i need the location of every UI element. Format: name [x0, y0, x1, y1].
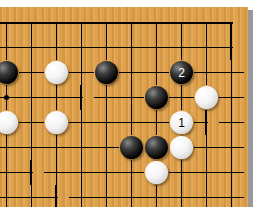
board-intersection[interactable]: [69, 135, 94, 160]
move-number-label: 1: [178, 117, 185, 129]
board-intersection[interactable]: [194, 110, 219, 135]
board-intersection[interactable]: [0, 185, 19, 207]
board-intersection[interactable]: [44, 160, 69, 185]
board-intersection[interactable]: [69, 185, 94, 207]
board-intersection[interactable]: [119, 185, 144, 207]
stone-R17-black[interactable]: 2: [170, 61, 193, 84]
stone-K15-white[interactable]: [0, 111, 18, 134]
board-intersection[interactable]: [119, 160, 144, 185]
go-diagram: 21: [0, 0, 260, 207]
board-intersection[interactable]: [169, 35, 194, 60]
board-intersection[interactable]: [194, 160, 219, 185]
stone-Q16-black[interactable]: [145, 86, 168, 109]
stone-R15-white[interactable]: 1: [170, 111, 193, 134]
board-intersection[interactable]: [69, 60, 94, 85]
board-intersection[interactable]: [69, 110, 94, 135]
board-intersection[interactable]: [219, 185, 244, 207]
board-intersection[interactable]: [44, 135, 69, 160]
board-intersection[interactable]: [19, 10, 44, 35]
board-intersection[interactable]: [44, 85, 69, 110]
board-intersection[interactable]: [119, 60, 144, 85]
board-intersection[interactable]: [0, 35, 19, 60]
board-intersection[interactable]: [69, 85, 94, 110]
board-intersection[interactable]: [0, 10, 19, 35]
board-intersection[interactable]: [219, 85, 244, 110]
board-intersection[interactable]: [219, 60, 244, 85]
board-intersection[interactable]: [219, 10, 244, 35]
star-point-K16: [4, 95, 9, 100]
board-intersection[interactable]: [19, 160, 44, 185]
board-intersection[interactable]: [19, 185, 44, 207]
board-intersection[interactable]: [69, 10, 94, 35]
board-intersection[interactable]: [169, 85, 194, 110]
board-intersection[interactable]: [44, 10, 69, 35]
board-intersection[interactable]: [194, 10, 219, 35]
stone-S16-white[interactable]: [195, 86, 218, 109]
move-number-label: 2: [178, 67, 185, 79]
stone-M17-white[interactable]: [45, 61, 68, 84]
board-intersection[interactable]: [169, 10, 194, 35]
board-shadow: [248, 10, 253, 207]
board-intersection[interactable]: [94, 10, 119, 35]
stone-K17-black[interactable]: [0, 61, 18, 84]
board-intersection[interactable]: [94, 160, 119, 185]
board-intersection[interactable]: [94, 85, 119, 110]
board-intersection[interactable]: [219, 110, 244, 135]
board-intersection[interactable]: [19, 135, 44, 160]
board-grid: 21: [0, 10, 244, 207]
board-intersection[interactable]: [194, 135, 219, 160]
board-intersection[interactable]: [144, 110, 169, 135]
board-intersection[interactable]: [44, 35, 69, 60]
board-intersection[interactable]: [119, 10, 144, 35]
board-intersection[interactable]: [144, 60, 169, 85]
board-intersection[interactable]: [19, 35, 44, 60]
board-intersection[interactable]: [194, 60, 219, 85]
board-intersection[interactable]: [19, 60, 44, 85]
stone-Q14-black[interactable]: [145, 136, 168, 159]
board-intersection[interactable]: [194, 185, 219, 207]
board-intersection[interactable]: [69, 35, 94, 60]
board-intersection[interactable]: [0, 135, 19, 160]
board-intersection[interactable]: [169, 160, 194, 185]
board-intersection[interactable]: [119, 35, 144, 60]
board-intersection[interactable]: [94, 35, 119, 60]
board-intersection[interactable]: [19, 85, 44, 110]
stone-Q13-white[interactable]: [145, 161, 168, 184]
board-intersection[interactable]: [144, 10, 169, 35]
board-intersection[interactable]: [69, 160, 94, 185]
board-intersection[interactable]: [194, 35, 219, 60]
board-intersection[interactable]: [0, 160, 19, 185]
board-intersection[interactable]: [94, 110, 119, 135]
board-intersection[interactable]: [219, 35, 244, 60]
board-intersection[interactable]: [94, 135, 119, 160]
board-intersection[interactable]: [219, 160, 244, 185]
board-intersection[interactable]: [219, 135, 244, 160]
board-intersection[interactable]: [169, 185, 194, 207]
board-intersection[interactable]: [94, 185, 119, 207]
board-intersection[interactable]: [144, 35, 169, 60]
stone-M15-white[interactable]: [45, 111, 68, 134]
board-intersection[interactable]: [119, 85, 144, 110]
board-intersection[interactable]: [44, 185, 69, 207]
board-intersection[interactable]: [0, 85, 19, 110]
stone-O17-black[interactable]: [95, 61, 118, 84]
board-intersection[interactable]: [144, 185, 169, 207]
board-intersection[interactable]: [119, 110, 144, 135]
stone-P14-black[interactable]: [120, 136, 143, 159]
stone-R14-white[interactable]: [170, 136, 193, 159]
board-intersection[interactable]: [19, 110, 44, 135]
